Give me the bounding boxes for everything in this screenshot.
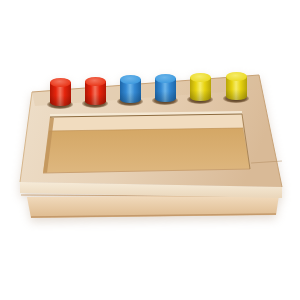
opening-floor	[43, 128, 250, 173]
peg-6-yellow[interactable]	[226, 72, 247, 100]
product-photo	[0, 0, 300, 300]
peg-cap	[85, 77, 106, 86]
peg-3-blue[interactable]	[120, 75, 141, 103]
peg-box	[0, 0, 300, 300]
peg-cap	[190, 73, 211, 82]
peg-box-tray-drawing	[0, 0, 300, 300]
peg-cap	[50, 78, 71, 87]
peg-5-yellow[interactable]	[190, 73, 211, 101]
peg-4-blue[interactable]	[155, 74, 176, 102]
peg-cap	[226, 72, 247, 81]
peg-1-red[interactable]	[50, 78, 71, 106]
peg-2-red[interactable]	[85, 77, 106, 105]
